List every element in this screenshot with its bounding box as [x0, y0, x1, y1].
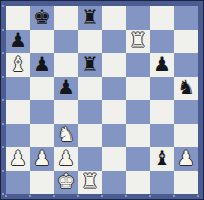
square-d2[interactable] — [78, 147, 102, 171]
piece-black-king[interactable]: ♚ — [33, 7, 51, 27]
square-c8[interactable] — [54, 6, 78, 30]
file-tick — [125, 195, 127, 197]
square-h1[interactable] — [174, 171, 198, 195]
file-tick — [149, 195, 151, 197]
square-b6[interactable]: ♟ — [30, 53, 54, 77]
square-e2[interactable] — [102, 147, 126, 171]
piece-black-rook[interactable]: ♜ — [81, 54, 99, 74]
square-f5[interactable] — [126, 77, 150, 101]
square-g7[interactable] — [150, 30, 174, 54]
square-f1[interactable] — [126, 171, 150, 195]
square-c5[interactable]: ♟ — [54, 77, 78, 101]
piece-white-knight[interactable]: ♞ — [57, 124, 75, 144]
rank-tick — [2, 170, 4, 172]
piece-white-rook[interactable]: ♜ — [81, 171, 99, 191]
piece-black-pawn[interactable]: ♟ — [57, 77, 75, 97]
square-b7[interactable] — [30, 30, 54, 54]
square-d6[interactable]: ♜ — [78, 53, 102, 77]
file-tick — [197, 195, 199, 197]
rank-tick — [2, 123, 4, 125]
piece-black-pawn[interactable]: ♟ — [33, 54, 51, 74]
square-e5[interactable] — [102, 77, 126, 101]
piece-black-pawn[interactable]: ♟ — [153, 54, 171, 74]
square-a4[interactable] — [6, 100, 30, 124]
rank-tick — [2, 76, 4, 78]
square-d1[interactable]: ♜ — [78, 171, 102, 195]
square-c4[interactable] — [54, 100, 78, 124]
file-tick — [173, 195, 175, 197]
square-b1[interactable] — [30, 171, 54, 195]
square-d5[interactable] — [78, 77, 102, 101]
square-h8[interactable] — [174, 6, 198, 30]
square-b4[interactable] — [30, 100, 54, 124]
square-a6[interactable]: ♝ — [6, 53, 30, 77]
square-a3[interactable] — [6, 124, 30, 148]
square-e1[interactable] — [102, 171, 126, 195]
square-a7[interactable]: ♟ — [6, 30, 30, 54]
square-d8[interactable]: ♜ — [78, 6, 102, 30]
file-tick — [101, 195, 103, 197]
square-g4[interactable] — [150, 100, 174, 124]
rank-tick — [2, 146, 4, 148]
piece-white-king[interactable]: ♚ — [57, 171, 75, 191]
chess-board: ♚♜♟♜♝♟♜♟♟♞♞♟♟♟♝♟♚♜ — [6, 6, 198, 194]
piece-white-pawn[interactable]: ♟ — [33, 148, 51, 168]
piece-white-bishop[interactable]: ♝ — [9, 54, 27, 74]
square-b5[interactable] — [30, 77, 54, 101]
square-c3[interactable]: ♞ — [54, 124, 78, 148]
chess-board-frame: ♚♜♟♜♝♟♜♟♟♞♞♟♟♟♝♟♚♜ — [0, 0, 204, 200]
square-h6[interactable] — [174, 53, 198, 77]
square-c7[interactable] — [54, 30, 78, 54]
piece-white-rook[interactable]: ♜ — [129, 30, 147, 50]
square-h7[interactable] — [174, 30, 198, 54]
square-e7[interactable] — [102, 30, 126, 54]
piece-black-rook[interactable]: ♜ — [81, 7, 99, 27]
rank-tick — [2, 193, 4, 195]
square-f3[interactable] — [126, 124, 150, 148]
square-h2[interactable]: ♟ — [174, 147, 198, 171]
square-d7[interactable] — [78, 30, 102, 54]
square-b2[interactable]: ♟ — [30, 147, 54, 171]
square-f8[interactable] — [126, 6, 150, 30]
piece-white-pawn[interactable]: ♟ — [9, 148, 27, 168]
square-f2[interactable] — [126, 147, 150, 171]
square-e8[interactable] — [102, 6, 126, 30]
rank-tick — [2, 99, 4, 101]
square-g6[interactable]: ♟ — [150, 53, 174, 77]
square-b8[interactable]: ♚ — [30, 6, 54, 30]
square-g1[interactable] — [150, 171, 174, 195]
file-tick — [29, 195, 31, 197]
rank-tick — [2, 5, 4, 7]
rank-tick — [2, 29, 4, 31]
square-a1[interactable] — [6, 171, 30, 195]
square-a5[interactable] — [6, 77, 30, 101]
piece-black-bishop[interactable]: ♝ — [153, 148, 171, 168]
square-h3[interactable] — [174, 124, 198, 148]
square-d3[interactable] — [78, 124, 102, 148]
rank-tick — [2, 52, 4, 54]
file-tick — [53, 195, 55, 197]
square-d4[interactable] — [78, 100, 102, 124]
square-a8[interactable] — [6, 6, 30, 30]
square-g8[interactable] — [150, 6, 174, 30]
square-h5[interactable]: ♞ — [174, 77, 198, 101]
piece-white-pawn[interactable]: ♟ — [177, 148, 195, 168]
square-f7[interactable]: ♜ — [126, 30, 150, 54]
piece-white-pawn[interactable]: ♟ — [57, 148, 75, 168]
square-e6[interactable] — [102, 53, 126, 77]
square-g3[interactable] — [150, 124, 174, 148]
square-g2[interactable]: ♝ — [150, 147, 174, 171]
square-b3[interactable] — [30, 124, 54, 148]
square-f4[interactable] — [126, 100, 150, 124]
file-tick — [77, 195, 79, 197]
square-f6[interactable] — [126, 53, 150, 77]
square-c6[interactable] — [54, 53, 78, 77]
square-c2[interactable]: ♟ — [54, 147, 78, 171]
square-c1[interactable]: ♚ — [54, 171, 78, 195]
square-g5[interactable] — [150, 77, 174, 101]
piece-black-pawn[interactable]: ♟ — [9, 30, 27, 50]
square-a2[interactable]: ♟ — [6, 147, 30, 171]
square-e4[interactable] — [102, 100, 126, 124]
square-e3[interactable] — [102, 124, 126, 148]
piece-black-knight[interactable]: ♞ — [177, 77, 195, 97]
square-h4[interactable] — [174, 100, 198, 124]
file-tick — [5, 195, 7, 197]
